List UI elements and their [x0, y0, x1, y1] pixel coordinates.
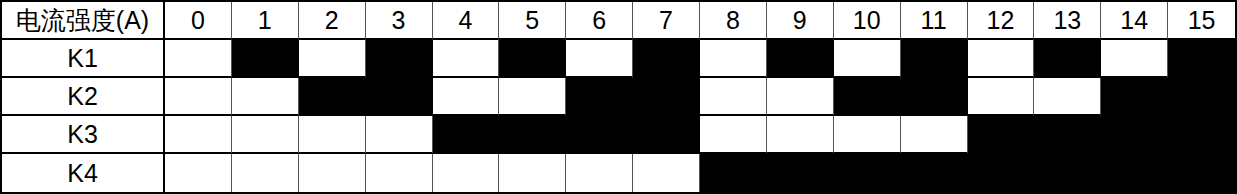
state-cell-K3-0-off: [165, 116, 232, 154]
state-cell-K1-2-off: [299, 40, 366, 78]
state-cell-K1-4-off: [433, 40, 500, 78]
state-cell-K3-1-off: [232, 116, 299, 154]
state-cell-K3-14-on: [1101, 116, 1168, 154]
column-header-8: 8: [700, 2, 767, 40]
state-cell-K1-8-off: [700, 40, 767, 78]
row-label-K4: K4: [2, 154, 165, 192]
state-cell-K3-12-on: [968, 116, 1035, 154]
state-cell-K2-9-off: [767, 78, 834, 116]
state-cell-K4-9-on: [767, 154, 834, 192]
state-cell-K4-14-on: [1101, 154, 1168, 192]
state-cell-K1-9-on: [767, 40, 834, 78]
state-cell-K4-3-off: [366, 154, 433, 192]
state-cell-K2-1-off: [232, 78, 299, 116]
state-cell-K4-10-on: [834, 154, 901, 192]
state-cell-K2-3-on: [366, 78, 433, 116]
state-cell-K3-8-off: [700, 116, 767, 154]
row-label-K3: K3: [2, 116, 165, 154]
state-cell-K2-14-on: [1101, 78, 1168, 116]
state-cell-K3-10-off: [834, 116, 901, 154]
state-cell-K2-11-on: [901, 78, 968, 116]
state-cell-K1-3-on: [366, 40, 433, 78]
state-cell-K1-15-on: [1168, 40, 1235, 78]
state-cell-K2-2-on: [299, 78, 366, 116]
state-cell-K1-13-on: [1034, 40, 1101, 78]
state-cell-K1-1-on: [232, 40, 299, 78]
state-cell-K4-12-on: [968, 154, 1035, 192]
state-cell-K4-0-off: [165, 154, 232, 192]
state-cell-K1-12-off: [968, 40, 1035, 78]
state-cell-K2-12-off: [968, 78, 1035, 116]
state-cell-K2-13-off: [1034, 78, 1101, 116]
state-cell-K4-2-off: [299, 154, 366, 192]
state-cell-K4-1-off: [232, 154, 299, 192]
state-cell-K1-10-off: [834, 40, 901, 78]
state-cell-K1-7-on: [633, 40, 700, 78]
state-cell-K2-7-on: [633, 78, 700, 116]
state-cell-K2-15-on: [1168, 78, 1235, 116]
column-header-14: 14: [1101, 2, 1168, 40]
state-cell-K4-11-on: [901, 154, 968, 192]
state-cell-K2-5-off: [499, 78, 566, 116]
column-header-9: 9: [767, 2, 834, 40]
state-cell-K3-6-on: [566, 116, 633, 154]
state-cell-K3-5-on: [499, 116, 566, 154]
state-cell-K3-11-off: [901, 116, 968, 154]
state-cell-K2-6-on: [566, 78, 633, 116]
state-cell-K4-5-off: [499, 154, 566, 192]
state-cell-K4-15-on: [1168, 154, 1235, 192]
row-label-K2: K2: [2, 78, 165, 116]
column-header-10: 10: [834, 2, 901, 40]
state-cell-K1-5-on: [499, 40, 566, 78]
state-cell-K3-15-on: [1168, 116, 1235, 154]
state-cell-K4-4-off: [433, 154, 500, 192]
column-header-2: 2: [299, 2, 366, 40]
state-cell-K3-9-off: [767, 116, 834, 154]
state-cell-K3-4-on: [433, 116, 500, 154]
state-cell-K2-10-on: [834, 78, 901, 116]
state-cell-K1-11-on: [901, 40, 968, 78]
state-cell-K3-7-on: [633, 116, 700, 154]
state-cell-K3-2-off: [299, 116, 366, 154]
column-header-15: 15: [1168, 2, 1235, 40]
column-header-5: 5: [499, 2, 566, 40]
state-cell-K3-3-off: [366, 116, 433, 154]
column-header-1: 1: [232, 2, 299, 40]
state-cell-K3-13-on: [1034, 116, 1101, 154]
state-cell-K2-4-off: [433, 78, 500, 116]
binary-code-table: 电流强度(A) 0123456789101112131415K1K2K3K4: [0, 0, 1237, 194]
column-header-4: 4: [433, 2, 500, 40]
state-cell-K1-6-off: [566, 40, 633, 78]
column-header-7: 7: [633, 2, 700, 40]
column-header-13: 13: [1034, 2, 1101, 40]
state-cell-K1-0-off: [165, 40, 232, 78]
column-header-6: 6: [566, 2, 633, 40]
state-cell-K2-8-off: [700, 78, 767, 116]
state-cell-K4-13-on: [1034, 154, 1101, 192]
column-header-11: 11: [901, 2, 968, 40]
column-header-0: 0: [165, 2, 232, 40]
state-cell-K4-8-on: [700, 154, 767, 192]
column-header-3: 3: [366, 2, 433, 40]
row-label-K1: K1: [2, 40, 165, 78]
table-header-label: 电流强度(A): [2, 2, 165, 40]
state-cell-K4-7-off: [633, 154, 700, 192]
state-cell-K4-6-off: [566, 154, 633, 192]
column-header-12: 12: [968, 2, 1035, 40]
state-cell-K1-14-off: [1101, 40, 1168, 78]
state-cell-K2-0-off: [165, 78, 232, 116]
